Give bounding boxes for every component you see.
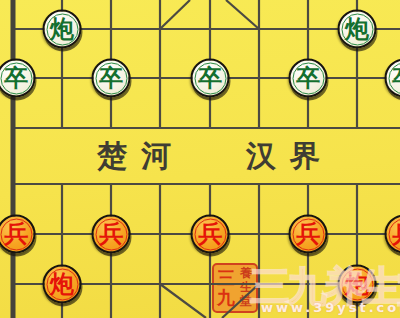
piece-red-soldier[interactable]: 兵	[289, 215, 328, 254]
piece-glyph: 卒	[296, 65, 320, 89]
piece-green-soldier[interactable]: 卒	[191, 59, 230, 98]
xiangqi-board: 三九 養生堂 楚河 汉界	[0, 0, 400, 318]
piece-glyph: 兵	[99, 221, 123, 245]
piece-green-cannon[interactable]: 炮	[338, 10, 377, 49]
piece-glyph: 炮	[345, 16, 369, 40]
piece-glyph: 兵	[4, 221, 28, 245]
piece-glyph: 卒	[4, 65, 28, 89]
piece-glyph: 兵	[296, 221, 320, 245]
piece-green-soldier[interactable]: 卒	[289, 59, 328, 98]
piece-glyph: 炮	[50, 271, 74, 295]
piece-glyph: 兵	[198, 221, 222, 245]
river-label-right: 汉界	[246, 141, 334, 171]
piece-green-cannon[interactable]: 炮	[43, 10, 82, 49]
piece-glyph: 卒	[198, 65, 222, 89]
piece-red-cannon[interactable]: 炮	[43, 265, 82, 304]
piece-glyph: 兵	[392, 221, 400, 245]
piece-green-soldier[interactable]: 卒	[92, 59, 131, 98]
watermark-url: www.39yst.com	[261, 300, 400, 315]
river-label-left: 楚河	[97, 141, 185, 171]
piece-glyph: 卒	[392, 65, 400, 89]
piece-red-soldier[interactable]: 兵	[92, 215, 131, 254]
piece-red-soldier[interactable]: 兵	[191, 215, 230, 254]
piece-glyph: 炮	[50, 16, 74, 40]
piece-glyph: 卒	[99, 65, 123, 89]
